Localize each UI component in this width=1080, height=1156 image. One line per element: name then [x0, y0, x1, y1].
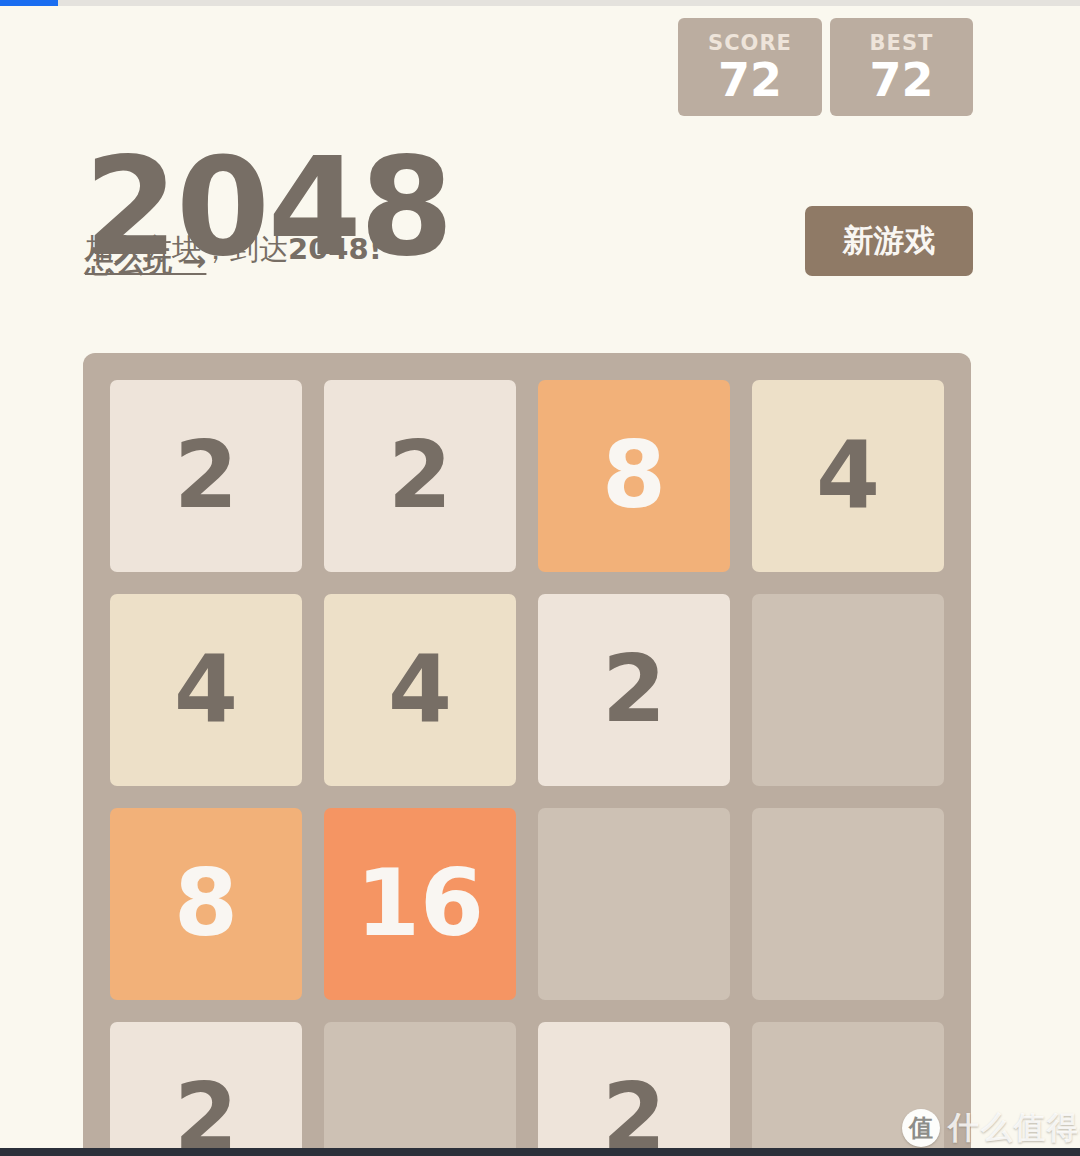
- tile-2-r4c3: 2: [538, 1022, 730, 1156]
- best-value: 72: [869, 57, 933, 103]
- tile-2-r1c1: 2: [110, 380, 302, 572]
- score-value: 72: [718, 57, 782, 103]
- tile-2-r1c2: 2: [324, 380, 516, 572]
- empty-cell-r2c4: [752, 594, 944, 786]
- tile-2-r2c3: 2: [538, 594, 730, 786]
- empty-cell-r3c3: [538, 808, 730, 1000]
- tile-2-r4c1: 2: [110, 1022, 302, 1156]
- new-game-button[interactable]: 新游戏: [805, 206, 973, 276]
- tile-4-r2c1: 4: [110, 594, 302, 786]
- subtitle-goal: 2048!: [288, 232, 382, 266]
- tile-16-r3c2: 16: [324, 808, 516, 1000]
- watermark-badge-icon: 值: [902, 1109, 940, 1147]
- watermark-text: 什么值得买: [948, 1107, 1080, 1149]
- bottom-bar: [0, 1148, 1080, 1156]
- empty-cell-r3c4: [752, 808, 944, 1000]
- tile-4-r1c4: 4: [752, 380, 944, 572]
- game-board[interactable]: 228444281622: [83, 353, 971, 1156]
- score-label: SCORE: [708, 31, 792, 55]
- watermark: 值 什么值得买: [902, 1107, 1080, 1149]
- how-to-play-link[interactable]: 怎么玩 →: [85, 242, 206, 282]
- tile-8-r1c3: 8: [538, 380, 730, 572]
- best-box: BEST 72: [830, 18, 973, 116]
- score-box: SCORE 72: [678, 18, 822, 116]
- empty-cell-r4c2: [324, 1022, 516, 1156]
- best-label: BEST: [870, 31, 934, 55]
- tile-4-r2c2: 4: [324, 594, 516, 786]
- browser-top-strip: [0, 0, 1080, 6]
- browser-loading-bar: [0, 0, 58, 6]
- tile-8-r3c1: 8: [110, 808, 302, 1000]
